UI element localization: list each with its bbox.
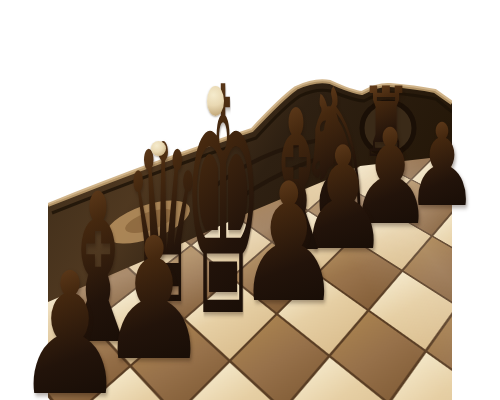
king-cream-finial [207, 86, 224, 116]
background-right-margin [452, 0, 500, 400]
chess-board [0, 69, 500, 400]
background-left-margin [0, 0, 48, 400]
chess-set-photo: ♜ ♞ ♟ ♟ ♟ ♝ ♛ ♟ ♚ ♝ ♟ ♟ [0, 0, 500, 400]
queen-cream-finial [151, 141, 166, 156]
